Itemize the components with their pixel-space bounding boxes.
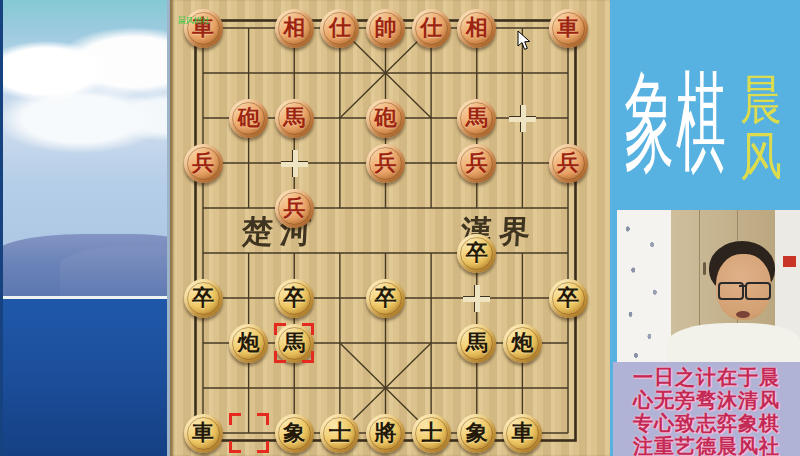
piece-black-advisor[interactable]: 士: [412, 414, 451, 453]
caption-line: 一日之计在于晨: [613, 366, 800, 389]
caption-line: 注重艺德晨风社: [613, 435, 800, 456]
wardrobe-handle: [703, 262, 706, 275]
piece-red-advisor[interactable]: 仕: [320, 9, 359, 48]
piece-red-cannon[interactable]: 砲: [229, 99, 268, 138]
glasses: [717, 282, 771, 297]
piece-black-advisor[interactable]: 士: [320, 414, 359, 453]
piece-red-chariot[interactable]: 車: [549, 9, 588, 48]
point-marker: [509, 105, 536, 132]
screen-edge-strip: [0, 0, 3, 456]
caption-line: 心无旁骛沐清风: [613, 389, 800, 412]
logo-char: 棋: [676, 68, 726, 178]
piece-black-general[interactable]: 將: [366, 414, 405, 453]
desktop-background: [0, 0, 172, 456]
webcam-video: [617, 210, 800, 368]
glasses-lens: [745, 282, 771, 300]
piece-black-chariot[interactable]: 車: [184, 414, 223, 453]
piece-black-cannon[interactable]: 炮: [503, 324, 542, 363]
clouds: [0, 26, 172, 176]
point-marker: [463, 285, 490, 312]
piece-black-soldier[interactable]: 卒: [184, 279, 223, 318]
piece-black-soldier[interactable]: 卒: [457, 234, 496, 273]
logo-char: 风: [740, 130, 782, 183]
point-marker: [281, 150, 308, 177]
piece-red-soldier[interactable]: 兵: [549, 144, 588, 183]
piece-red-soldier[interactable]: 兵: [457, 144, 496, 183]
piece-red-soldier[interactable]: 兵: [184, 144, 223, 183]
ocean: [0, 299, 172, 456]
piece-red-advisor[interactable]: 仕: [412, 9, 451, 48]
xiangqi-board[interactable]: 楚河 漢界 晨风棋社 車相仕帥仕相車砲馬砲馬兵兵兵兵兵卒卒卒卒卒炮馬馬炮車象士將…: [170, 0, 610, 456]
piece-black-cannon[interactable]: 炮: [229, 324, 268, 363]
piece-black-horse[interactable]: 馬: [457, 324, 496, 363]
piece-red-elephant[interactable]: 相: [275, 9, 314, 48]
last-move-marker: [229, 413, 269, 453]
green-watermark: 晨风棋社: [178, 15, 210, 26]
caption-line: 专心致志弈象棋: [613, 412, 800, 435]
piece-red-horse[interactable]: 馬: [457, 99, 496, 138]
sidebar: 象棋 晨风 一日之计在于晨心无旁骛沐清风专心致志弈象棋注重艺德晨风社: [610, 0, 800, 456]
curtain: [617, 210, 671, 368]
red-box: [783, 256, 796, 267]
mountain-ridge: [60, 246, 172, 298]
piece-red-general[interactable]: 帥: [366, 9, 405, 48]
piece-black-soldier[interactable]: 卒: [549, 279, 588, 318]
piece-red-soldier[interactable]: 兵: [275, 189, 314, 228]
last-move-marker: [274, 323, 314, 363]
piece-red-horse[interactable]: 馬: [275, 99, 314, 138]
piece-black-chariot[interactable]: 車: [503, 414, 542, 453]
logo-char: 晨: [740, 74, 782, 127]
glasses-bridge: [739, 285, 747, 287]
piece-red-cannon[interactable]: 砲: [366, 99, 405, 138]
mouse-cursor: [517, 30, 531, 51]
piece-black-elephant[interactable]: 象: [275, 414, 314, 453]
piece-red-soldier[interactable]: 兵: [366, 144, 405, 183]
piece-black-elephant[interactable]: 象: [457, 414, 496, 453]
stream-frame: 楚河 漢界 晨风棋社 車相仕帥仕相車砲馬砲馬兵兵兵兵兵卒卒卒卒卒炮馬馬炮車象士將…: [0, 0, 800, 456]
piece-black-soldier[interactable]: 卒: [366, 279, 405, 318]
streamer-mouth: [736, 311, 750, 318]
piece-red-elephant[interactable]: 相: [457, 9, 496, 48]
caption-panel: 一日之计在于晨心无旁骛沐清风专心致志弈象棋注重艺德晨风社: [613, 362, 800, 456]
piece-black-soldier[interactable]: 卒: [275, 279, 314, 318]
board-grid: [170, 0, 610, 456]
logo-char: 象: [624, 68, 674, 178]
